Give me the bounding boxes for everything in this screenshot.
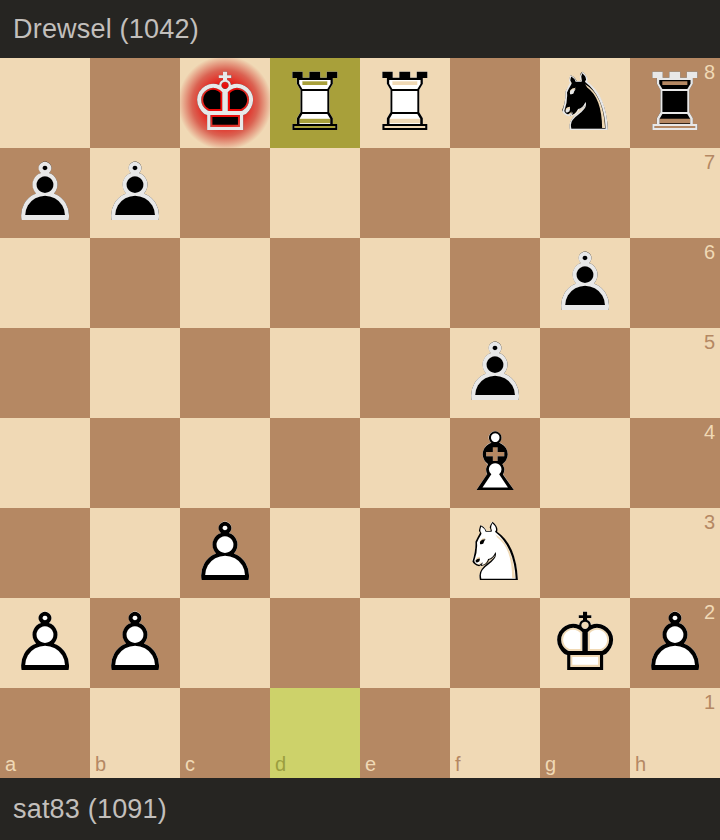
square-h5[interactable]: 5 bbox=[630, 328, 720, 418]
square-e6[interactable] bbox=[360, 238, 450, 328]
piece-glyph-outline: ♙ bbox=[90, 598, 180, 688]
square-b5[interactable] bbox=[90, 328, 180, 418]
square-c7[interactable] bbox=[180, 148, 270, 238]
file-label-g: g bbox=[545, 754, 556, 774]
square-a6[interactable] bbox=[0, 238, 90, 328]
square-g1[interactable]: g bbox=[540, 688, 630, 778]
black-knight[interactable]: ♞♘ bbox=[540, 58, 630, 148]
black-pawn[interactable]: ♟♙ bbox=[0, 148, 90, 238]
square-f6[interactable] bbox=[450, 238, 540, 328]
square-d2[interactable] bbox=[270, 598, 360, 688]
square-c2[interactable] bbox=[180, 598, 270, 688]
piece-glyph-outline: ♙ bbox=[90, 148, 180, 238]
rank-label-6: 6 bbox=[704, 242, 715, 262]
rank-label-3: 3 bbox=[704, 512, 715, 532]
square-g5[interactable] bbox=[540, 328, 630, 418]
white-pawn[interactable]: ♟♙ bbox=[0, 598, 90, 688]
top-player-bar: Drewsel (1042) bbox=[0, 0, 720, 58]
bottom-player-name[interactable]: sat83 (1091) bbox=[13, 794, 167, 825]
piece-glyph-outline: ♙ bbox=[540, 238, 630, 328]
square-d7[interactable] bbox=[270, 148, 360, 238]
square-h7[interactable]: 7 bbox=[630, 148, 720, 238]
black-pawn[interactable]: ♟♙ bbox=[90, 148, 180, 238]
square-b1[interactable]: b bbox=[90, 688, 180, 778]
square-f5[interactable]: ♟♙ bbox=[450, 328, 540, 418]
square-h8[interactable]: 8♜♖ bbox=[630, 58, 720, 148]
rank-label-1: 1 bbox=[704, 692, 715, 712]
square-f2[interactable] bbox=[450, 598, 540, 688]
top-player-name[interactable]: Drewsel (1042) bbox=[13, 14, 199, 45]
square-b2[interactable]: ♟♙ bbox=[90, 598, 180, 688]
chess-board: ♚♔♜♖♜♖♞♘8♜♖♟♙♟♙7♟♙6♟♙5♝♗4♟♙♞♘3♟♙♟♙♚♔2♟♙a… bbox=[0, 58, 720, 778]
piece-glyph-outline: ♖ bbox=[630, 58, 720, 148]
square-a2[interactable]: ♟♙ bbox=[0, 598, 90, 688]
white-pawn[interactable]: ♟♙ bbox=[180, 508, 270, 598]
square-f8[interactable] bbox=[450, 58, 540, 148]
square-d4[interactable] bbox=[270, 418, 360, 508]
square-b6[interactable] bbox=[90, 238, 180, 328]
square-d6[interactable] bbox=[270, 238, 360, 328]
piece-glyph-outline: ♗ bbox=[450, 418, 540, 508]
piece-glyph-outline: ♙ bbox=[450, 328, 540, 418]
file-label-a: a bbox=[5, 754, 16, 774]
square-g4[interactable] bbox=[540, 418, 630, 508]
square-g3[interactable] bbox=[540, 508, 630, 598]
square-c4[interactable] bbox=[180, 418, 270, 508]
black-rook[interactable]: ♜♖ bbox=[630, 58, 720, 148]
square-f1[interactable]: f bbox=[450, 688, 540, 778]
piece-glyph-outline: ♙ bbox=[0, 148, 90, 238]
square-a7[interactable]: ♟♙ bbox=[0, 148, 90, 238]
square-h3[interactable]: 3 bbox=[630, 508, 720, 598]
square-h1[interactable]: h1 bbox=[630, 688, 720, 778]
square-d5[interactable] bbox=[270, 328, 360, 418]
piece-glyph-outline: ♙ bbox=[0, 598, 90, 688]
square-g7[interactable] bbox=[540, 148, 630, 238]
black-pawn[interactable]: ♟♙ bbox=[540, 238, 630, 328]
piece-glyph-outline: ♖ bbox=[360, 58, 450, 148]
square-e5[interactable] bbox=[360, 328, 450, 418]
square-c8[interactable]: ♚♔ bbox=[180, 58, 270, 148]
square-h6[interactable]: 6 bbox=[630, 238, 720, 328]
black-pawn[interactable]: ♟♙ bbox=[450, 328, 540, 418]
square-a8[interactable] bbox=[0, 58, 90, 148]
square-g6[interactable]: ♟♙ bbox=[540, 238, 630, 328]
square-c3[interactable]: ♟♙ bbox=[180, 508, 270, 598]
piece-glyph-outline: ♙ bbox=[180, 508, 270, 598]
rank-label-5: 5 bbox=[704, 332, 715, 352]
square-e2[interactable] bbox=[360, 598, 450, 688]
black-king[interactable]: ♚♔ bbox=[180, 58, 270, 148]
square-h4[interactable]: 4 bbox=[630, 418, 720, 508]
square-g2[interactable]: ♚♔ bbox=[540, 598, 630, 688]
white-knight[interactable]: ♞♘ bbox=[450, 508, 540, 598]
piece-glyph-outline: ♙ bbox=[630, 598, 720, 688]
square-f3[interactable]: ♞♘ bbox=[450, 508, 540, 598]
square-b8[interactable] bbox=[90, 58, 180, 148]
white-rook[interactable]: ♜♖ bbox=[270, 58, 360, 148]
square-b3[interactable] bbox=[90, 508, 180, 598]
square-d1[interactable]: d bbox=[270, 688, 360, 778]
bottom-player-bar: sat83 (1091) bbox=[0, 778, 720, 840]
square-b4[interactable] bbox=[90, 418, 180, 508]
square-c5[interactable] bbox=[180, 328, 270, 418]
rank-label-4: 4 bbox=[704, 422, 715, 442]
file-label-b: b bbox=[95, 754, 106, 774]
square-e8[interactable]: ♜♖ bbox=[360, 58, 450, 148]
square-g8[interactable]: ♞♘ bbox=[540, 58, 630, 148]
square-c6[interactable] bbox=[180, 238, 270, 328]
file-label-c: c bbox=[185, 754, 195, 774]
square-f7[interactable] bbox=[450, 148, 540, 238]
square-d8[interactable]: ♜♖ bbox=[270, 58, 360, 148]
square-a3[interactable] bbox=[0, 508, 90, 598]
square-c1[interactable]: c bbox=[180, 688, 270, 778]
piece-glyph-outline: ♔ bbox=[540, 598, 630, 688]
white-pawn[interactable]: ♟♙ bbox=[90, 598, 180, 688]
square-f4[interactable]: ♝♗ bbox=[450, 418, 540, 508]
square-e3[interactable] bbox=[360, 508, 450, 598]
white-rook[interactable]: ♜♖ bbox=[360, 58, 450, 148]
file-label-e: e bbox=[365, 754, 376, 774]
square-d3[interactable] bbox=[270, 508, 360, 598]
square-a1[interactable]: a bbox=[0, 688, 90, 778]
rank-label-7: 7 bbox=[704, 152, 715, 172]
piece-glyph-outline: ♘ bbox=[540, 58, 630, 148]
square-e1[interactable]: e bbox=[360, 688, 450, 778]
white-pawn[interactable]: ♟♙ bbox=[630, 598, 720, 688]
white-king[interactable]: ♚♔ bbox=[540, 598, 630, 688]
square-e7[interactable] bbox=[360, 148, 450, 238]
square-e4[interactable] bbox=[360, 418, 450, 508]
piece-glyph-outline: ♔ bbox=[180, 58, 270, 148]
piece-glyph-outline: ♘ bbox=[450, 508, 540, 598]
square-b7[interactable]: ♟♙ bbox=[90, 148, 180, 238]
square-a5[interactable] bbox=[0, 328, 90, 418]
square-h2[interactable]: 2♟♙ bbox=[630, 598, 720, 688]
piece-glyph-outline: ♖ bbox=[270, 58, 360, 148]
square-a4[interactable] bbox=[0, 418, 90, 508]
file-label-d: d bbox=[275, 754, 286, 774]
file-label-h: h bbox=[635, 754, 646, 774]
white-bishop[interactable]: ♝♗ bbox=[450, 418, 540, 508]
file-label-f: f bbox=[455, 754, 461, 774]
